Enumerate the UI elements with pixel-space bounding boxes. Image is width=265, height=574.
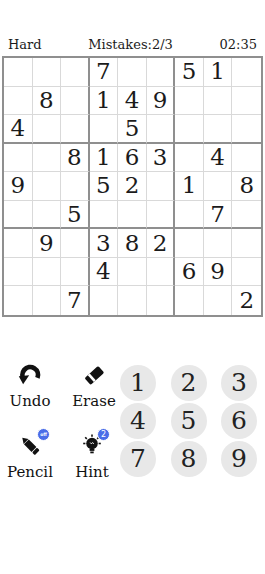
sudoku-cell[interactable] — [232, 201, 261, 230]
numpad-button-1[interactable]: 1 — [120, 365, 156, 401]
sudoku-cell[interactable]: 2 — [232, 286, 261, 315]
sudoku-cell[interactable]: 2 — [147, 229, 176, 258]
pencil-button[interactable]: off Pencil — [2, 432, 58, 481]
sudoku-cell[interactable] — [175, 201, 204, 230]
sudoku-cell[interactable] — [118, 258, 147, 287]
sudoku-cell[interactable] — [90, 201, 119, 230]
sudoku-cell[interactable] — [33, 58, 62, 87]
sudoku-cell[interactable] — [4, 229, 33, 258]
sudoku-cell[interactable] — [147, 286, 176, 315]
sudoku-cell[interactable]: 5 — [118, 115, 147, 144]
sudoku-cell[interactable] — [204, 115, 233, 144]
sudoku-cell[interactable] — [147, 172, 176, 201]
sudoku-cell[interactable] — [61, 229, 90, 258]
sudoku-cell[interactable]: 7 — [204, 201, 233, 230]
sudoku-cell[interactable] — [4, 58, 33, 87]
sudoku-cell[interactable]: 5 — [61, 201, 90, 230]
sudoku-cell[interactable] — [204, 87, 233, 116]
numpad-button-4[interactable]: 4 — [120, 403, 156, 439]
number-pad: 123456789 — [120, 365, 257, 477]
numpad-button-2[interactable]: 2 — [171, 365, 207, 401]
sudoku-cell[interactable] — [33, 144, 62, 173]
undo-button[interactable]: Undo — [2, 362, 58, 410]
sudoku-cell[interactable] — [118, 286, 147, 315]
sudoku-cell[interactable] — [4, 87, 33, 116]
sudoku-cell[interactable] — [33, 258, 62, 287]
sudoku-cell[interactable]: 8 — [61, 144, 90, 173]
sudoku-cell[interactable]: 8 — [232, 172, 261, 201]
sudoku-cell[interactable] — [204, 286, 233, 315]
sudoku-cell[interactable] — [61, 58, 90, 87]
sudoku-cell[interactable] — [61, 87, 90, 116]
sudoku-cell[interactable] — [33, 201, 62, 230]
sudoku-cell[interactable] — [4, 286, 33, 315]
sudoku-cell[interactable]: 9 — [33, 229, 62, 258]
lightbulb-icon: 2 — [80, 432, 104, 459]
sudoku-cell[interactable] — [147, 115, 176, 144]
sudoku-cell[interactable] — [175, 229, 204, 258]
sudoku-cell[interactable] — [175, 286, 204, 315]
sudoku-cell[interactable] — [33, 286, 62, 315]
numpad-button-6[interactable]: 6 — [221, 403, 257, 439]
numpad-button-3[interactable]: 3 — [221, 365, 257, 401]
sudoku-cell[interactable] — [175, 115, 204, 144]
sudoku-cell[interactable]: 4 — [90, 258, 119, 287]
sudoku-cell[interactable] — [4, 201, 33, 230]
sudoku-cell[interactable]: 1 — [90, 87, 119, 116]
sudoku-cell[interactable]: 3 — [90, 229, 119, 258]
sudoku-cell[interactable] — [4, 144, 33, 173]
eraser-icon — [81, 362, 107, 389]
pencil-label: Pencil — [2, 463, 58, 481]
sudoku-cell[interactable]: 8 — [118, 229, 147, 258]
sudoku-cell[interactable] — [232, 144, 261, 173]
sudoku-cell[interactable]: 6 — [118, 144, 147, 173]
sudoku-cell[interactable] — [118, 201, 147, 230]
sudoku-cell[interactable] — [147, 58, 176, 87]
sudoku-cell[interactable]: 9 — [147, 87, 176, 116]
sudoku-cell[interactable]: 7 — [90, 58, 119, 87]
hint-label: Hint — [66, 463, 118, 481]
pencil-badge: off — [37, 428, 50, 441]
status-bar: Hard Mistakes:2/3 02:35 — [8, 37, 257, 52]
sudoku-cell[interactable]: 1 — [204, 58, 233, 87]
sudoku-cell[interactable] — [175, 144, 204, 173]
sudoku-board: 751814945816349521857938246972 — [2, 56, 263, 317]
undo-icon — [17, 362, 44, 389]
erase-button[interactable]: Erase — [64, 362, 124, 410]
timer: 02:35 — [220, 37, 257, 52]
sudoku-cell[interactable]: 5 — [175, 58, 204, 87]
sudoku-cell[interactable] — [61, 115, 90, 144]
sudoku-cell[interactable]: 8 — [33, 87, 62, 116]
undo-label: Undo — [2, 392, 58, 410]
sudoku-cell[interactable] — [61, 172, 90, 201]
sudoku-cell[interactable] — [118, 58, 147, 87]
difficulty-label: Hard — [8, 37, 42, 52]
sudoku-cell[interactable] — [147, 201, 176, 230]
sudoku-cell[interactable]: 1 — [175, 172, 204, 201]
sudoku-cell[interactable] — [90, 286, 119, 315]
sudoku-cell[interactable] — [61, 258, 90, 287]
sudoku-cell[interactable] — [147, 258, 176, 287]
sudoku-cell[interactable] — [232, 87, 261, 116]
sudoku-cell[interactable] — [204, 172, 233, 201]
sudoku-cell[interactable]: 1 — [90, 144, 119, 173]
hint-button[interactable]: 2 Hint — [66, 432, 118, 481]
sudoku-cell[interactable]: 9 — [4, 172, 33, 201]
sudoku-cell[interactable] — [33, 172, 62, 201]
sudoku-cell[interactable]: 4 — [118, 87, 147, 116]
numpad-button-9[interactable]: 9 — [221, 441, 257, 477]
sudoku-cell[interactable] — [4, 258, 33, 287]
sudoku-cell[interactable]: 3 — [147, 144, 176, 173]
sudoku-cell[interactable] — [232, 229, 261, 258]
mistakes-counter: Mistakes:2/3 — [88, 37, 173, 52]
erase-label: Erase — [64, 392, 124, 410]
sudoku-cell[interactable] — [232, 258, 261, 287]
numpad-button-7[interactable]: 7 — [120, 441, 156, 477]
sudoku-cell[interactable]: 4 — [204, 144, 233, 173]
sudoku-cell[interactable] — [204, 229, 233, 258]
pencil-icon: off — [16, 432, 44, 459]
sudoku-cell[interactable] — [232, 58, 261, 87]
sudoku-cell[interactable] — [175, 87, 204, 116]
sudoku-cell[interactable]: 6 — [175, 258, 204, 287]
sudoku-cell[interactable]: 9 — [204, 258, 233, 287]
sudoku-cell[interactable]: 4 — [4, 115, 33, 144]
sudoku-cell[interactable]: 7 — [61, 286, 90, 315]
numpad-button-5[interactable]: 5 — [171, 403, 207, 439]
numpad-button-8[interactable]: 8 — [171, 441, 207, 477]
hint-badge: 2 — [97, 428, 110, 441]
sudoku-cell[interactable]: 2 — [118, 172, 147, 201]
sudoku-cell[interactable] — [90, 115, 119, 144]
sudoku-cell[interactable] — [232, 115, 261, 144]
sudoku-cell[interactable]: 5 — [90, 172, 119, 201]
sudoku-cell[interactable] — [33, 115, 62, 144]
